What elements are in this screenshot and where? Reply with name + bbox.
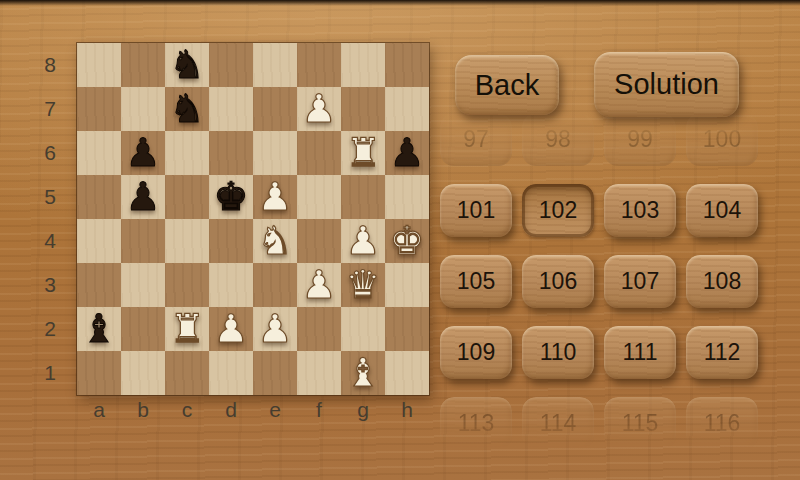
rank-label-7: 7 [0, 87, 64, 131]
black-knight-piece: ♞ [170, 43, 205, 87]
puzzle-button-116[interactable]: 116 [686, 397, 758, 450]
white-rook-piece: ♜ [170, 307, 205, 351]
rank-label-6: 6 [0, 131, 64, 175]
solution-button[interactable]: Solution [594, 52, 739, 117]
square-h1[interactable] [385, 351, 429, 395]
black-knight-piece: ♞ [170, 87, 205, 131]
white-rook-piece: ♜ [346, 131, 381, 175]
square-c7[interactable]: ♞ [165, 87, 209, 131]
square-g7[interactable] [341, 87, 385, 131]
square-f3[interactable]: ♟ [297, 263, 341, 307]
square-h2[interactable] [385, 307, 429, 351]
square-a6[interactable] [77, 131, 121, 175]
square-h4[interactable]: ♚ [385, 219, 429, 263]
puzzle-button-112[interactable]: 112 [686, 326, 758, 379]
file-label-a: a [77, 395, 121, 425]
puzzle-button-103[interactable]: 103 [604, 184, 676, 237]
file-label-g: g [341, 395, 385, 425]
square-g2[interactable] [341, 307, 385, 351]
square-f4[interactable] [297, 219, 341, 263]
chess-board[interactable]: ♞♞♟♟♜♟♟♚♟♞♟♚♟♛♝♜♟♟♝ [77, 43, 429, 395]
rank-label-3: 3 [0, 263, 64, 307]
square-d7[interactable] [209, 87, 253, 131]
puzzle-button-111[interactable]: 111 [604, 326, 676, 379]
square-e1[interactable] [253, 351, 297, 395]
puzzle-button-104[interactable]: 104 [686, 184, 758, 237]
black-pawn-piece: ♟ [126, 131, 161, 175]
square-a1[interactable] [77, 351, 121, 395]
back-button[interactable]: Back [455, 55, 559, 115]
square-a3[interactable] [77, 263, 121, 307]
file-labels: abcdefgh [77, 395, 429, 425]
file-label-c: c [165, 395, 209, 425]
square-f1[interactable] [297, 351, 341, 395]
white-pawn-piece: ♟ [214, 307, 249, 351]
square-g1[interactable]: ♝ [341, 351, 385, 395]
square-h5[interactable] [385, 175, 429, 219]
square-e7[interactable] [253, 87, 297, 131]
file-label-f: f [297, 395, 341, 425]
square-g5[interactable] [341, 175, 385, 219]
rank-label-5: 5 [0, 175, 64, 219]
puzzle-button-106[interactable]: 106 [522, 255, 594, 308]
square-b7[interactable] [121, 87, 165, 131]
square-a4[interactable] [77, 219, 121, 263]
white-king-piece: ♚ [390, 219, 425, 263]
puzzle-button-110[interactable]: 110 [522, 326, 594, 379]
puzzle-button-113[interactable]: 113 [440, 397, 512, 450]
white-pawn-piece: ♟ [258, 175, 293, 219]
square-c4[interactable] [165, 219, 209, 263]
square-b8[interactable] [121, 43, 165, 87]
puzzle-button-102[interactable]: 102 [522, 184, 594, 237]
square-e2[interactable]: ♟ [253, 307, 297, 351]
square-f2[interactable] [297, 307, 341, 351]
puzzle-button-108[interactable]: 108 [686, 255, 758, 308]
square-h8[interactable] [385, 43, 429, 87]
puzzle-button-99[interactable]: 99 [604, 113, 676, 166]
square-g8[interactable] [341, 43, 385, 87]
black-pawn-piece: ♟ [390, 131, 425, 175]
puzzle-list[interactable]: 9798991001011021031041051061071081091101… [440, 113, 758, 450]
square-d5[interactable]: ♚ [209, 175, 253, 219]
white-pawn-piece: ♟ [258, 307, 293, 351]
white-knight-piece: ♞ [258, 219, 293, 263]
screen-top-edge [0, 0, 800, 6]
square-h3[interactable] [385, 263, 429, 307]
square-a2[interactable]: ♝ [77, 307, 121, 351]
file-label-d: d [209, 395, 253, 425]
square-e8[interactable] [253, 43, 297, 87]
square-b2[interactable] [121, 307, 165, 351]
square-c2[interactable]: ♜ [165, 307, 209, 351]
square-b5[interactable]: ♟ [121, 175, 165, 219]
square-d4[interactable] [209, 219, 253, 263]
square-e6[interactable] [253, 131, 297, 175]
rank-label-1: 1 [0, 351, 64, 395]
black-bishop-piece: ♝ [82, 307, 117, 351]
square-e3[interactable] [253, 263, 297, 307]
black-pawn-piece: ♟ [126, 175, 161, 219]
puzzle-button-105[interactable]: 105 [440, 255, 512, 308]
square-b4[interactable] [121, 219, 165, 263]
rank-label-2: 2 [0, 307, 64, 351]
square-e5[interactable]: ♟ [253, 175, 297, 219]
file-label-h: h [385, 395, 429, 425]
square-c3[interactable] [165, 263, 209, 307]
square-d8[interactable] [209, 43, 253, 87]
puzzle-button-115[interactable]: 115 [604, 397, 676, 450]
white-queen-piece: ♛ [346, 263, 381, 307]
square-g3[interactable]: ♛ [341, 263, 385, 307]
square-h6[interactable]: ♟ [385, 131, 429, 175]
square-c5[interactable] [165, 175, 209, 219]
rank-label-8: 8 [0, 43, 64, 87]
square-d6[interactable] [209, 131, 253, 175]
square-e4[interactable]: ♞ [253, 219, 297, 263]
puzzle-button-98[interactable]: 98 [522, 113, 594, 166]
white-pawn-piece: ♟ [346, 219, 381, 263]
rank-labels: 87654321 [0, 43, 64, 395]
puzzle-button-97[interactable]: 97 [440, 113, 512, 166]
square-c6[interactable] [165, 131, 209, 175]
puzzle-button-109[interactable]: 109 [440, 326, 512, 379]
square-a5[interactable] [77, 175, 121, 219]
square-g6[interactable]: ♜ [341, 131, 385, 175]
file-label-e: e [253, 395, 297, 425]
square-d2[interactable]: ♟ [209, 307, 253, 351]
file-label-b: b [121, 395, 165, 425]
white-pawn-piece: ♟ [302, 87, 337, 131]
square-c1[interactable] [165, 351, 209, 395]
square-g4[interactable]: ♟ [341, 219, 385, 263]
square-h7[interactable] [385, 87, 429, 131]
square-d3[interactable] [209, 263, 253, 307]
black-king-piece: ♚ [214, 175, 249, 219]
white-pawn-piece: ♟ [302, 263, 337, 307]
square-c8[interactable]: ♞ [165, 43, 209, 87]
square-a8[interactable] [77, 43, 121, 87]
rank-label-4: 4 [0, 219, 64, 263]
square-a7[interactable] [77, 87, 121, 131]
square-f5[interactable] [297, 175, 341, 219]
square-b1[interactable] [121, 351, 165, 395]
square-f6[interactable] [297, 131, 341, 175]
puzzle-button-107[interactable]: 107 [604, 255, 676, 308]
square-b3[interactable] [121, 263, 165, 307]
puzzle-button-101[interactable]: 101 [440, 184, 512, 237]
app-screen: 87654321 ♞♞♟♟♜♟♟♚♟♞♟♚♟♛♝♜♟♟♝ abcdefgh Ba… [0, 0, 800, 480]
square-d1[interactable] [209, 351, 253, 395]
square-f8[interactable] [297, 43, 341, 87]
white-bishop-piece: ♝ [346, 351, 381, 395]
puzzle-button-100[interactable]: 100 [686, 113, 758, 166]
square-b6[interactable]: ♟ [121, 131, 165, 175]
square-f7[interactable]: ♟ [297, 87, 341, 131]
puzzle-button-114[interactable]: 114 [522, 397, 594, 450]
